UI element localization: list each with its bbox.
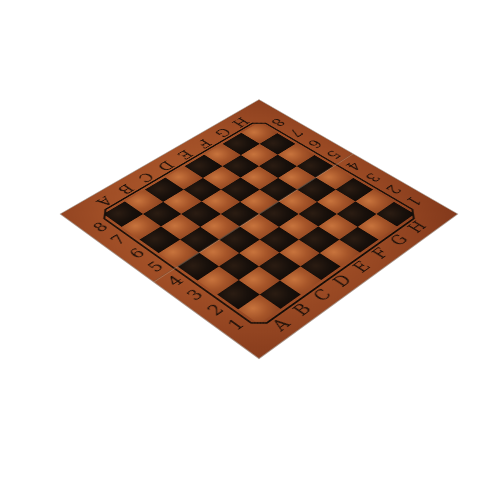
file-label-text: A [269, 316, 293, 333]
file-label-text: G [212, 126, 233, 139]
file-label-text: B [114, 182, 135, 196]
rank-label-text: 6 [305, 138, 325, 150]
file-label-text: H [405, 219, 429, 235]
chess-set-photo: ABCDEFGH8877665544332211ABCDEFGH [0, 0, 500, 500]
rank-label-text: 4 [165, 273, 187, 288]
rank-label-text: 2 [383, 183, 404, 196]
rank-label-text: 6 [127, 246, 148, 260]
rank-label-text: 7 [286, 127, 305, 138]
rank-label-text: 3 [362, 171, 382, 183]
file-label-text: E [350, 259, 373, 275]
rank-label-text: 1 [225, 317, 248, 333]
file-label-text: C [135, 171, 157, 184]
file-label-text: E [174, 148, 195, 161]
file-label-text: F [194, 137, 214, 149]
rank-label-text: 3 [184, 288, 206, 303]
rank-label-text: 7 [108, 233, 129, 247]
file-label-text: D [330, 273, 354, 290]
file-label-text: C [311, 287, 335, 304]
rank-label-text: 1 [403, 195, 424, 208]
file-label-text: A [94, 194, 115, 208]
file-label-text: H [229, 116, 251, 129]
rank-label-text: 5 [145, 260, 167, 275]
file-label-text: D [154, 159, 176, 172]
rank-label-text: 8 [90, 220, 111, 234]
file-label-text: G [387, 233, 411, 248]
rank-label-text: 4 [343, 160, 363, 172]
rank-label-text: 2 [204, 302, 227, 318]
rank-label-text: 5 [323, 148, 343, 160]
rank-label-text: 8 [268, 116, 287, 127]
file-label-text: F [370, 246, 393, 261]
file-label-text: B [290, 301, 314, 318]
